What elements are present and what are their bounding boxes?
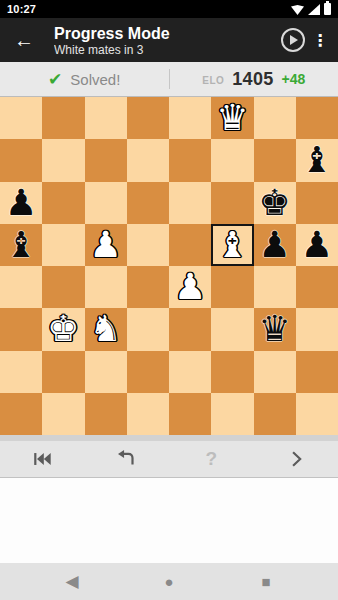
nav-recents-button[interactable]: ■ <box>254 574 278 589</box>
square-h1[interactable] <box>296 393 338 435</box>
square-g5[interactable]: ♟ <box>254 224 296 266</box>
square-a1[interactable] <box>0 393 42 435</box>
square-h8[interactable] <box>296 97 338 139</box>
back-arrow-icon: ← <box>14 29 34 52</box>
square-g3[interactable]: ♛ <box>254 308 296 350</box>
next-puzzle-button[interactable] <box>254 441 338 477</box>
square-a5[interactable]: ♝ <box>0 224 42 266</box>
hint-button[interactable]: ? <box>169 441 254 477</box>
white-king: ♚ <box>47 308 79 350</box>
square-g6[interactable]: ♚ <box>254 182 296 224</box>
square-e4[interactable]: ♟ <box>169 266 211 308</box>
nav-home-button[interactable]: ● <box>157 574 181 589</box>
square-e6[interactable] <box>169 182 211 224</box>
black-pawn: ♟ <box>5 182 37 224</box>
chevron-right-icon <box>286 449 306 469</box>
square-e1[interactable] <box>169 393 211 435</box>
square-d8[interactable] <box>127 97 169 139</box>
white-bishop: ♝ <box>216 224 248 266</box>
square-b2[interactable] <box>42 351 84 393</box>
square-e3[interactable] <box>169 308 211 350</box>
black-pawn: ♟ <box>258 224 290 266</box>
square-g4[interactable] <box>254 266 296 308</box>
square-d1[interactable] <box>127 393 169 435</box>
android-nav-bar: ◀ ● ■ <box>0 563 338 600</box>
square-b5[interactable] <box>42 224 84 266</box>
square-a8[interactable] <box>0 97 42 139</box>
chess-board: ♛♝♟♚♝♟♝♟♟♟♚♞♛ <box>0 97 338 435</box>
solved-label: Solved! <box>70 71 120 88</box>
overflow-dots-icon: ⋮ <box>312 31 328 50</box>
wifi-icon <box>291 5 304 15</box>
nav-recents-icon: ■ <box>261 574 270 589</box>
nav-back-icon: ◀ <box>65 573 78 590</box>
square-b4[interactable] <box>42 266 84 308</box>
black-queen: ♛ <box>258 308 290 350</box>
square-c5[interactable]: ♟ <box>85 224 127 266</box>
square-c6[interactable] <box>85 182 127 224</box>
square-h4[interactable] <box>296 266 338 308</box>
app-bar: ← Progress Mode White mates in 3 ⋮ <box>0 18 338 62</box>
overflow-menu-button[interactable]: ⋮ <box>308 25 332 55</box>
square-h3[interactable] <box>296 308 338 350</box>
skip-to-start-icon <box>31 448 53 470</box>
square-c1[interactable] <box>85 393 127 435</box>
square-e8[interactable] <box>169 97 211 139</box>
square-f1[interactable] <box>211 393 253 435</box>
white-queen: ♛ <box>216 97 248 139</box>
black-bishop: ♝ <box>5 224 37 266</box>
square-d4[interactable] <box>127 266 169 308</box>
elo-value: 1405 <box>232 69 273 90</box>
square-h2[interactable] <box>296 351 338 393</box>
square-f4[interactable] <box>211 266 253 308</box>
square-f8[interactable]: ♛ <box>211 97 253 139</box>
elo-label: ELO <box>202 75 224 86</box>
app-screen: 10:27 ← Progress Mode White mates in 3 ⋮… <box>0 0 338 600</box>
square-d3[interactable] <box>127 308 169 350</box>
square-e5[interactable] <box>169 224 211 266</box>
square-b1[interactable] <box>42 393 84 435</box>
square-g7[interactable] <box>254 139 296 181</box>
clock: 10:27 <box>7 3 36 15</box>
black-king: ♚ <box>258 182 290 224</box>
play-button[interactable] <box>278 25 308 55</box>
result-bar: ✔ Solved! ELO 1405 +48 <box>0 62 338 97</box>
square-f7[interactable] <box>211 139 253 181</box>
square-h5[interactable]: ♟ <box>296 224 338 266</box>
square-e2[interactable] <box>169 351 211 393</box>
status-bar: 10:27 <box>0 0 338 18</box>
square-g2[interactable] <box>254 351 296 393</box>
square-c2[interactable] <box>85 351 127 393</box>
nav-home-icon: ● <box>164 574 173 589</box>
battery-icon <box>324 3 331 15</box>
play-icon <box>281 28 305 52</box>
check-icon: ✔ <box>48 71 62 88</box>
puzzle-goal-subtitle: White mates in 3 <box>54 43 278 57</box>
square-a2[interactable] <box>0 351 42 393</box>
square-f3[interactable] <box>211 308 253 350</box>
square-d2[interactable] <box>127 351 169 393</box>
solved-status: ✔ Solved! <box>0 71 169 88</box>
square-b6[interactable] <box>42 182 84 224</box>
cell-signal-icon <box>308 4 320 15</box>
move-toolbar: ? <box>0 441 338 478</box>
white-knight: ♞ <box>89 308 121 350</box>
skip-to-start-button[interactable] <box>0 441 85 477</box>
white-pawn: ♟ <box>174 266 206 308</box>
square-b8[interactable] <box>42 97 84 139</box>
square-d6[interactable] <box>127 182 169 224</box>
square-b7[interactable] <box>42 139 84 181</box>
square-a7[interactable] <box>0 139 42 181</box>
black-pawn: ♟ <box>301 224 333 266</box>
hint-question-icon: ? <box>205 448 217 470</box>
back-button[interactable]: ← <box>8 24 40 56</box>
content-blank-area <box>0 478 338 563</box>
elo-delta: +48 <box>282 71 306 87</box>
undo-icon <box>116 448 138 470</box>
elo-status: ELO 1405 +48 <box>170 69 338 90</box>
square-d5[interactable] <box>127 224 169 266</box>
undo-move-button[interactable] <box>85 441 170 477</box>
square-b3[interactable]: ♚ <box>42 308 84 350</box>
square-g8[interactable] <box>254 97 296 139</box>
square-h6[interactable] <box>296 182 338 224</box>
page-title: Progress Mode <box>54 24 278 43</box>
square-g1[interactable] <box>254 393 296 435</box>
nav-back-button[interactable]: ◀ <box>60 573 84 590</box>
square-c4[interactable] <box>85 266 127 308</box>
square-f5[interactable]: ♝ <box>211 224 253 266</box>
square-f2[interactable] <box>211 351 253 393</box>
square-c8[interactable] <box>85 97 127 139</box>
square-f6[interactable] <box>211 182 253 224</box>
square-d7[interactable] <box>127 139 169 181</box>
black-bishop: ♝ <box>301 139 333 181</box>
square-c7[interactable] <box>85 139 127 181</box>
square-a3[interactable] <box>0 308 42 350</box>
white-pawn: ♟ <box>89 224 121 266</box>
square-c3[interactable]: ♞ <box>85 308 127 350</box>
square-a4[interactable] <box>0 266 42 308</box>
square-h7[interactable]: ♝ <box>296 139 338 181</box>
square-e7[interactable] <box>169 139 211 181</box>
square-a6[interactable]: ♟ <box>0 182 42 224</box>
